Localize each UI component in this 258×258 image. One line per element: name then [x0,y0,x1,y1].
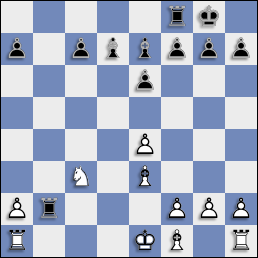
black-pawn-outline-icon: ♙ [65,33,97,65]
black-pawn-h7[interactable]: ♟♙ [225,33,257,65]
square-c2[interactable] [65,193,97,225]
square-e7[interactable]: ♝♗ [129,33,161,65]
white-pawn-outline-icon: ♙ [1,193,33,225]
square-d5[interactable] [97,97,129,129]
square-c3[interactable]: ♞♘ [65,161,97,193]
square-d6[interactable] [97,65,129,97]
black-king-outline-icon: ♔ [193,1,225,33]
black-king-g8[interactable]: ♚♔ [193,1,225,33]
square-h3[interactable] [225,161,257,193]
square-d4[interactable] [97,129,129,161]
square-g7[interactable]: ♟♙ [193,33,225,65]
white-pawn-e4[interactable]: ♟♙ [129,129,161,161]
square-f8[interactable]: ♜♖ [161,1,193,33]
square-g1[interactable] [193,225,225,257]
square-h5[interactable] [225,97,257,129]
square-a7[interactable]: ♟♙ [1,33,33,65]
square-h6[interactable] [225,65,257,97]
black-bishop-d7[interactable]: ♝♗ [97,33,129,65]
black-pawn-outline-icon: ♙ [1,33,33,65]
white-pawn-outline-icon: ♙ [161,193,193,225]
square-f2[interactable]: ♟♙ [161,193,193,225]
square-b4[interactable] [33,129,65,161]
square-g2[interactable]: ♟♙ [193,193,225,225]
white-knight-c3[interactable]: ♞♘ [65,161,97,193]
white-pawn-f2[interactable]: ♟♙ [161,193,193,225]
square-b6[interactable] [33,65,65,97]
square-c6[interactable] [65,65,97,97]
square-d8[interactable] [97,1,129,33]
black-pawn-outline-icon: ♙ [225,33,257,65]
square-e6[interactable]: ♟♙ [129,65,161,97]
square-g6[interactable] [193,65,225,97]
square-a2[interactable]: ♟♙ [1,193,33,225]
black-rook-outline-icon: ♖ [33,193,65,225]
square-b7[interactable] [33,33,65,65]
square-c5[interactable] [65,97,97,129]
square-f3[interactable] [161,161,193,193]
white-bishop-outline-icon: ♗ [129,161,161,193]
white-pawn-h2[interactable]: ♟♙ [225,193,257,225]
square-e2[interactable] [129,193,161,225]
white-pawn-a2[interactable]: ♟♙ [1,193,33,225]
square-g4[interactable] [193,129,225,161]
black-pawn-outline-icon: ♙ [161,33,193,65]
square-h4[interactable] [225,129,257,161]
square-h8[interactable] [225,1,257,33]
square-f5[interactable] [161,97,193,129]
white-king-e1[interactable]: ♚♔ [129,225,161,257]
square-a3[interactable] [1,161,33,193]
black-pawn-outline-icon: ♙ [193,33,225,65]
square-e3[interactable]: ♝♗ [129,161,161,193]
black-pawn-f7[interactable]: ♟♙ [161,33,193,65]
square-b8[interactable] [33,1,65,33]
square-c1[interactable] [65,225,97,257]
black-rook-b2[interactable]: ♜♖ [33,193,65,225]
white-bishop-f1[interactable]: ♝♗ [161,225,193,257]
square-e5[interactable] [129,97,161,129]
square-f1[interactable]: ♝♗ [161,225,193,257]
white-king-outline-icon: ♔ [129,225,161,257]
black-rook-f8[interactable]: ♜♖ [161,1,193,33]
white-rook-outline-icon: ♖ [1,225,33,257]
square-a8[interactable] [1,1,33,33]
white-pawn-outline-icon: ♙ [129,129,161,161]
square-d2[interactable] [97,193,129,225]
square-c7[interactable]: ♟♙ [65,33,97,65]
square-h7[interactable]: ♟♙ [225,33,257,65]
black-bishop-e7[interactable]: ♝♗ [129,33,161,65]
square-g3[interactable] [193,161,225,193]
square-d3[interactable] [97,161,129,193]
square-d7[interactable]: ♝♗ [97,33,129,65]
square-a5[interactable] [1,97,33,129]
square-h2[interactable]: ♟♙ [225,193,257,225]
black-pawn-g7[interactable]: ♟♙ [193,33,225,65]
black-pawn-outline-icon: ♙ [129,65,161,97]
square-b2[interactable]: ♜♖ [33,193,65,225]
square-b5[interactable] [33,97,65,129]
white-pawn-outline-icon: ♙ [225,193,257,225]
black-bishop-outline-icon: ♗ [129,33,161,65]
square-f7[interactable]: ♟♙ [161,33,193,65]
square-e4[interactable]: ♟♙ [129,129,161,161]
square-a4[interactable] [1,129,33,161]
square-e1[interactable]: ♚♔ [129,225,161,257]
black-pawn-e6[interactable]: ♟♙ [129,65,161,97]
black-rook-outline-icon: ♖ [161,1,193,33]
white-bishop-e3[interactable]: ♝♗ [129,161,161,193]
white-rook-a1[interactable]: ♜♖ [1,225,33,257]
square-f6[interactable] [161,65,193,97]
square-g8[interactable]: ♚♔ [193,1,225,33]
white-rook-h1[interactable]: ♜♖ [225,225,257,257]
black-pawn-c7[interactable]: ♟♙ [65,33,97,65]
square-g5[interactable] [193,97,225,129]
black-bishop-outline-icon: ♗ [97,33,129,65]
chess-board: ♜♖♚♔♟♙♟♙♝♗♝♗♟♙♟♙♟♙♟♙♟♙♞♘♝♗♟♙♜♖♟♙♟♙♟♙♜♖♚♔… [1,1,257,257]
square-h1[interactable]: ♜♖ [225,225,257,257]
square-d1[interactable] [97,225,129,257]
black-pawn-a7[interactable]: ♟♙ [1,33,33,65]
white-pawn-outline-icon: ♙ [193,193,225,225]
white-rook-outline-icon: ♖ [225,225,257,257]
square-c8[interactable] [65,1,97,33]
chess-board-frame: ♜♖♚♔♟♙♟♙♝♗♝♗♟♙♟♙♟♙♟♙♟♙♞♘♝♗♟♙♜♖♟♙♟♙♟♙♜♖♚♔… [0,0,258,258]
white-pawn-g2[interactable]: ♟♙ [193,193,225,225]
white-knight-outline-icon: ♘ [65,161,97,193]
square-b3[interactable] [33,161,65,193]
square-e8[interactable] [129,1,161,33]
square-a6[interactable] [1,65,33,97]
white-bishop-outline-icon: ♗ [161,225,193,257]
square-b1[interactable] [33,225,65,257]
square-f4[interactable] [161,129,193,161]
square-a1[interactable]: ♜♖ [1,225,33,257]
square-c4[interactable] [65,129,97,161]
